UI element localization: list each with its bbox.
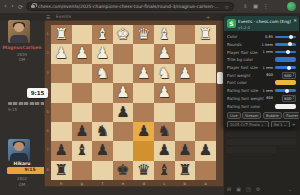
square-a1[interactable]: ♜	[195, 25, 216, 44]
square-d5[interactable]	[133, 103, 154, 122]
square-f4[interactable]	[92, 83, 113, 102]
square-d3[interactable]: ♟	[133, 64, 154, 83]
avatar-shirt	[10, 153, 28, 161]
file-label-h: h	[51, 181, 72, 186]
white-queen-d1: ♛	[133, 25, 154, 44]
setting-slider[interactable]	[275, 43, 296, 46]
slider-knob[interactable]	[287, 66, 291, 70]
square-c2[interactable]: ♟	[154, 44, 175, 63]
black-pawn-g6: ♟	[72, 122, 93, 141]
stepper-arrows[interactable]: ▴▾	[293, 73, 294, 78]
browser-toolbar: ‹ › ⟳ chess.com/events/2025-champions-ch…	[0, 0, 300, 13]
square-a5[interactable]	[195, 103, 216, 122]
bottom-player-title: GM	[0, 182, 44, 187]
slider-knob[interactable]	[286, 50, 290, 54]
white-pawn-e4: ♟	[113, 83, 134, 102]
white-pawn-f2: ♟	[92, 44, 113, 63]
square-f3[interactable]: ♞	[92, 64, 113, 83]
browser-menu-icon[interactable]: ⋮	[263, 0, 269, 13]
move-list-row[interactable]	[226, 147, 276, 153]
close-icon[interactable]: ✕	[293, 18, 297, 23]
white-pawn-h2: ♟	[51, 44, 72, 63]
avatar-face	[14, 23, 24, 32]
white-pawn-c2: ♟	[154, 44, 175, 63]
square-c1[interactable]: ♝	[154, 25, 175, 44]
file-label-g: g	[72, 181, 93, 186]
bottom-player-rating: 2802	[0, 176, 44, 181]
square-e3[interactable]	[113, 64, 134, 83]
square-f8[interactable]	[92, 161, 113, 180]
setting-label: Color	[227, 34, 265, 39]
settings-buttons: LiveStreamBubbleFooter	[224, 112, 299, 119]
collapse-icon[interactable]: ⌄	[288, 186, 292, 192]
square-h1[interactable]: ♜	[51, 25, 72, 44]
setting-row-player-font-size: Player font size1 rem	[224, 64, 299, 72]
square-d1[interactable]: ♛	[133, 25, 154, 44]
setting-value: 0.85	[265, 35, 273, 39]
square-c7[interactable]: ♟	[154, 141, 175, 160]
setting-label: Rating font weight	[227, 96, 266, 101]
square-f7[interactable]: ♟	[92, 141, 113, 160]
top-player-name[interactable]: MagnusCarlsen	[0, 45, 44, 50]
black-bishop-c8: ♝	[154, 161, 175, 180]
setting-label: Title bg color	[227, 57, 275, 62]
square-a4[interactable]	[195, 83, 216, 102]
square-g8[interactable]	[72, 161, 93, 180]
bottom-player-name[interactable]: Hikaru	[0, 161, 44, 166]
panel-button-bubble[interactable]: Bubble	[263, 112, 282, 119]
white-pawn-c4: ♟	[154, 83, 175, 102]
square-b5[interactable]	[175, 103, 196, 122]
rank-label-6: 6	[44, 129, 51, 133]
square-d2[interactable]	[133, 44, 154, 63]
square-e8[interactable]: ♚	[113, 161, 134, 180]
setting-row-color: Color0.85	[224, 33, 299, 41]
chess-board[interactable]: ♜♝♚♛♝♜♟♟♟♟♞♟♞♟♟♟♟♟♞♟♞♟♝♟♟♟♟♜♚♛♝♜	[51, 25, 216, 180]
black-rook-h8: ♜	[51, 161, 72, 180]
file-label-c: c	[154, 181, 175, 186]
color-swatch[interactable]	[275, 80, 296, 85]
square-c5[interactable]	[154, 103, 175, 122]
screen: ‹ › ⟳ chess.com/events/2025-champions-ch…	[0, 0, 300, 195]
square-h7[interactable]: ♟	[51, 141, 72, 160]
square-d4[interactable]	[133, 83, 154, 102]
bookmark-icon[interactable]: ☆	[225, 4, 229, 10]
top-player-title: GM	[0, 57, 44, 62]
refresh-icon[interactable]: ⟳	[18, 0, 23, 13]
square-h6[interactable]	[51, 122, 72, 141]
rank-label-1: 1	[44, 32, 51, 36]
square-b2[interactable]	[175, 44, 196, 63]
square-e2[interactable]	[113, 44, 134, 63]
setting-value: 600	[266, 73, 273, 77]
number-stepper[interactable]: 600▴▾	[282, 95, 296, 102]
square-h2[interactable]: ♟	[51, 44, 72, 63]
add-icon[interactable]: +	[292, 122, 295, 127]
black-bishop-g7: ♝	[72, 141, 93, 160]
browser-profile-avatar[interactable]	[287, 2, 296, 11]
stepper-value: 600	[283, 96, 293, 101]
white-rook-h1: ♜	[51, 25, 72, 44]
black-pawn-f7: ♟	[92, 141, 113, 160]
top-player-rating: 2839	[0, 52, 44, 57]
footer-icon-0[interactable]: ⊟	[227, 186, 231, 192]
white-bishop-f1: ♝	[92, 25, 113, 44]
extension-panel: S Events - chess.com (Eng) v1.2.0 ✕ Colo…	[224, 16, 299, 127]
square-d6[interactable]: ♟	[133, 122, 154, 141]
setting-row-rating-font-color: Rating font color	[224, 102, 299, 110]
setting-row-rating-font-weight: Rating font weight600600▴▾	[224, 95, 299, 103]
setting-label: Font weight	[227, 73, 266, 78]
square-b8[interactable]: ♜	[175, 161, 196, 180]
square-f1[interactable]: ♝	[92, 25, 113, 44]
white-pawn-d3: ♟	[133, 64, 154, 83]
square-b1[interactable]	[175, 25, 196, 44]
setting-slider[interactable]	[275, 51, 296, 54]
square-c8[interactable]: ♝	[154, 161, 175, 180]
square-g2[interactable]: ♟	[72, 44, 93, 63]
black-pawn-d6: ♟	[133, 122, 154, 141]
square-d7[interactable]	[133, 141, 154, 160]
rank-label-5: 5	[44, 110, 51, 114]
white-knight-c3: ♞	[154, 64, 175, 83]
setting-slider[interactable]	[275, 36, 296, 39]
setting-slider[interactable]	[275, 89, 296, 92]
extension-logo: S	[227, 19, 236, 28]
white-pawn-g2: ♟	[72, 44, 93, 63]
panel-button-stream[interactable]: Stream	[242, 112, 261, 119]
black-king-e8: ♚	[113, 161, 134, 180]
square-f2[interactable]: ♟	[92, 44, 113, 63]
square-d8[interactable]: ♛	[133, 161, 154, 180]
back-icon[interactable]: ‹	[4, 0, 7, 13]
white-clock: 9:15	[27, 88, 48, 98]
black-pawn-a7: ♟	[195, 141, 216, 160]
white-knight-f3: ♞	[92, 64, 113, 83]
extension-version: v1.2.0	[238, 25, 250, 30]
rank-label-3: 3	[44, 71, 51, 75]
slider-knob[interactable]	[289, 35, 293, 39]
square-g4[interactable]	[72, 83, 93, 102]
setting-slider[interactable]	[275, 66, 296, 69]
forward-icon[interactable]: ›	[11, 0, 14, 13]
white-rook-a1: ♜	[195, 25, 216, 44]
file-label-e: e	[113, 181, 134, 186]
square-h5[interactable]	[51, 103, 72, 122]
avatar-shirt	[10, 35, 28, 43]
slider-knob[interactable]	[285, 89, 289, 93]
move-list-row[interactable]	[226, 131, 296, 137]
stepper-arrows[interactable]: ▴▾	[293, 96, 294, 101]
number-stepper[interactable]: 600▴▾	[282, 72, 296, 79]
black-knight-c6: ♞	[154, 122, 175, 141]
square-h3[interactable]	[51, 64, 72, 83]
white-pawn-b3: ♟	[175, 64, 196, 83]
setting-row-player-flair-size: Player flair size1 rem	[224, 48, 299, 56]
square-f5[interactable]	[92, 103, 113, 122]
square-e5[interactable]: ♟	[113, 103, 134, 122]
setting-row-font-weight: Font weight600600▴▾	[224, 71, 299, 79]
setting-label: Rounds	[227, 42, 261, 47]
setting-label: Player font size	[227, 65, 262, 70]
square-a6[interactable]	[195, 122, 216, 141]
file-label-a: a	[195, 181, 216, 186]
square-a7[interactable]: ♟	[195, 141, 216, 160]
black-pawn-b7: ♟	[175, 141, 196, 160]
setting-label: Rating font color	[227, 104, 275, 109]
square-b4[interactable]	[175, 83, 196, 102]
square-e6[interactable]	[113, 122, 134, 141]
board-dropdown[interactable]: Bd 1 ⌄	[271, 121, 290, 127]
url-text: chess.com/events/2025-champions-chess-to…	[38, 4, 222, 9]
lock-icon	[31, 5, 35, 8]
setting-label: Font color	[227, 80, 275, 85]
square-h4[interactable]	[51, 83, 72, 102]
panel-button-live[interactable]: Live	[227, 112, 241, 119]
footer-icon-1[interactable]: ▣	[236, 186, 241, 192]
extensions-icon[interactable]: ▣	[253, 0, 258, 13]
setting-row-title-bg-color: Title bg color	[224, 56, 299, 64]
extension-panel-header: S Events - chess.com (Eng) v1.2.0 ✕	[224, 16, 299, 31]
square-h8[interactable]: ♜	[51, 161, 72, 180]
eval-marker	[217, 72, 223, 84]
black-pawn-h7: ♟	[51, 141, 72, 160]
black-queen-d8: ♛	[133, 161, 154, 180]
white-king-e1: ♚	[113, 25, 134, 44]
setting-label: Player flair size	[227, 50, 262, 55]
color-swatch[interactable]	[275, 57, 296, 62]
setting-value: 1 rem	[262, 89, 273, 93]
file-label-b: b	[175, 181, 196, 186]
square-c4[interactable]: ♟	[154, 83, 175, 102]
white-bishop-c1: ♝	[154, 25, 175, 44]
square-g3[interactable]	[72, 64, 93, 83]
setting-value: 1 rem	[262, 50, 273, 54]
event-dropdown[interactable]: 2025 CCT Finals ⌄	[227, 121, 269, 127]
setting-value: 1 rem	[262, 66, 273, 70]
square-f6[interactable]: ♞	[92, 122, 113, 141]
download-icon[interactable]: ⇩	[243, 0, 248, 13]
file-label-d: d	[133, 181, 154, 186]
bottom-player-avatar[interactable]	[8, 139, 30, 161]
black-pawn-e5: ♟	[113, 103, 134, 122]
square-e4[interactable]: ♟	[113, 83, 134, 102]
black-knight-f6: ♞	[92, 122, 113, 141]
rank-label-7: 7	[44, 148, 51, 152]
setting-row-rounds: Rounds1 item	[224, 41, 299, 49]
settings-dropdowns: 2025 CCT Finals ⌄ Bd 1 ⌄ +	[224, 121, 299, 127]
top-player-avatar[interactable]	[8, 20, 30, 43]
square-e7[interactable]	[113, 141, 134, 160]
settings-rows: Color0.85Rounds1 itemPlayer flair size1 …	[224, 33, 299, 110]
square-g7[interactable]: ♝	[72, 141, 93, 160]
footer-icon-2[interactable]: ◳	[246, 186, 251, 192]
square-a2[interactable]	[195, 44, 216, 63]
square-b6[interactable]	[175, 122, 196, 141]
setting-label: Rating font size	[227, 88, 262, 93]
page-footer-icons: ⊟▣◳⚙	[227, 186, 260, 192]
square-g5[interactable]	[72, 103, 93, 122]
setting-row-font-color: Font color	[224, 79, 299, 87]
square-g1[interactable]	[72, 25, 93, 44]
address-bar[interactable]: chess.com/events/2025-champions-chess-to…	[26, 2, 234, 11]
extension-title: Events - chess.com (Eng)	[238, 19, 291, 24]
setting-value: 1 item	[261, 43, 273, 47]
square-c6[interactable]: ♞	[154, 122, 175, 141]
file-label-f: f	[92, 181, 113, 186]
rank-label-2: 2	[44, 51, 51, 55]
square-g6[interactable]: ♟	[72, 122, 93, 141]
square-c3[interactable]: ♞	[154, 64, 175, 83]
square-b3[interactable]: ♟	[175, 64, 196, 83]
black-rook-b8: ♜	[175, 161, 196, 180]
setting-value: 600	[266, 96, 273, 100]
footer-icon-3[interactable]: ⚙	[256, 186, 260, 192]
panel-button-footer[interactable]: Footer	[283, 112, 299, 119]
square-a3[interactable]	[195, 64, 216, 83]
square-e1[interactable]: ♚	[113, 25, 134, 44]
move-list-row[interactable]	[226, 139, 296, 145]
setting-row-rating-font-size: Rating font size1 rem	[224, 87, 299, 95]
avatar-face	[14, 142, 24, 151]
rank-label-8: 8	[44, 168, 51, 172]
stepper-value: 600	[283, 73, 293, 78]
slider-knob[interactable]	[288, 42, 292, 46]
square-a8[interactable]	[195, 161, 216, 180]
black-pawn-c7: ♟	[154, 141, 175, 160]
color-swatch[interactable]	[275, 104, 296, 109]
board-options-icon[interactable]: +	[206, 14, 210, 20]
square-b7[interactable]: ♟	[175, 141, 196, 160]
time-meter-label: 9:15	[0, 107, 30, 112]
